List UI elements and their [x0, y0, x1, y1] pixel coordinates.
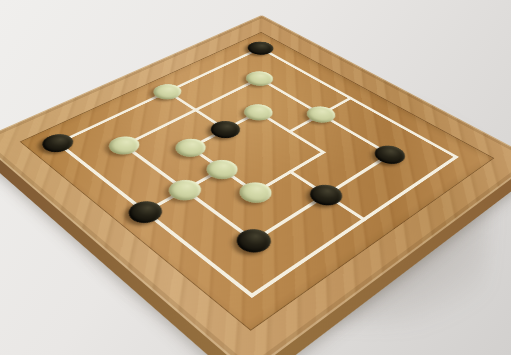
board-scene — [52, 0, 462, 355]
morris-board — [0, 15, 511, 355]
photo-background — [0, 0, 511, 355]
